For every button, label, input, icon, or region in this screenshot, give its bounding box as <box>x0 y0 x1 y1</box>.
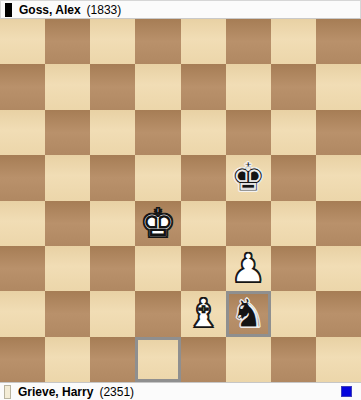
square-f6[interactable] <box>226 110 271 155</box>
square-e1[interactable] <box>181 337 226 382</box>
square-d4[interactable]: ♚ <box>135 201 180 246</box>
chess-board[interactable]: ♚♚♟♝♞ <box>0 19 361 382</box>
square-d8[interactable] <box>135 19 180 64</box>
square-h4[interactable] <box>316 201 361 246</box>
square-c1[interactable] <box>90 337 135 382</box>
white-player-bar: Grieve, Harry (2351) <box>0 382 361 400</box>
square-d6[interactable] <box>135 110 180 155</box>
square-h7[interactable] <box>316 64 361 109</box>
black-side-icon <box>5 3 12 17</box>
square-b4[interactable] <box>45 201 90 246</box>
square-g4[interactable] <box>271 201 316 246</box>
square-e8[interactable] <box>181 19 226 64</box>
white-player-name: Grieve, Harry <box>18 385 93 399</box>
square-h8[interactable] <box>316 19 361 64</box>
white-side-icon <box>4 385 11 399</box>
square-d3[interactable] <box>135 246 180 291</box>
square-h1[interactable] <box>316 337 361 382</box>
square-c4[interactable] <box>90 201 135 246</box>
square-a6[interactable] <box>0 110 45 155</box>
piece-white-king[interactable]: ♚ <box>140 201 176 246</box>
square-f5[interactable]: ♚ <box>226 155 271 200</box>
square-a2[interactable] <box>0 291 45 336</box>
square-f7[interactable] <box>226 64 271 109</box>
square-c8[interactable] <box>90 19 135 64</box>
square-e6[interactable] <box>181 110 226 155</box>
square-g5[interactable] <box>271 155 316 200</box>
square-g6[interactable] <box>271 110 316 155</box>
square-a5[interactable] <box>0 155 45 200</box>
square-d5[interactable] <box>135 155 180 200</box>
square-h5[interactable] <box>316 155 361 200</box>
piece-black-king[interactable]: ♚ <box>230 155 266 200</box>
square-e2[interactable]: ♝ <box>181 291 226 336</box>
square-c6[interactable] <box>90 110 135 155</box>
square-f4[interactable] <box>226 201 271 246</box>
square-b7[interactable] <box>45 64 90 109</box>
square-a8[interactable] <box>0 19 45 64</box>
square-a3[interactable] <box>0 246 45 291</box>
square-h2[interactable] <box>316 291 361 336</box>
square-c3[interactable] <box>90 246 135 291</box>
white-player-rating: (2351) <box>99 385 134 399</box>
square-b6[interactable] <box>45 110 90 155</box>
square-c2[interactable] <box>90 291 135 336</box>
square-a4[interactable] <box>0 201 45 246</box>
piece-black-knight[interactable]: ♞ <box>230 291 266 336</box>
piece-white-bishop[interactable]: ♝ <box>185 291 221 336</box>
black-player-bar: Goss, Alex (1833) <box>0 0 361 19</box>
square-c7[interactable] <box>90 64 135 109</box>
square-f2[interactable]: ♞ <box>226 291 271 336</box>
square-h3[interactable] <box>316 246 361 291</box>
square-b2[interactable] <box>45 291 90 336</box>
square-f3[interactable]: ♟ <box>226 246 271 291</box>
square-c5[interactable] <box>90 155 135 200</box>
square-d1[interactable] <box>135 337 180 382</box>
square-h6[interactable] <box>316 110 361 155</box>
chess-game-window: Goss, Alex (1833) ♚♚♟♝♞ Grieve, Harry (2… <box>0 0 361 400</box>
square-f1[interactable] <box>226 337 271 382</box>
square-e5[interactable] <box>181 155 226 200</box>
square-e7[interactable] <box>181 64 226 109</box>
square-b3[interactable] <box>45 246 90 291</box>
black-player-name: Goss, Alex <box>19 3 81 17</box>
side-to-move-indicator <box>341 386 352 397</box>
square-e3[interactable] <box>181 246 226 291</box>
square-e4[interactable] <box>181 201 226 246</box>
square-d7[interactable] <box>135 64 180 109</box>
square-g2[interactable] <box>271 291 316 336</box>
piece-white-pawn[interactable]: ♟ <box>230 246 266 291</box>
square-b5[interactable] <box>45 155 90 200</box>
square-g3[interactable] <box>271 246 316 291</box>
black-player-rating: (1833) <box>87 3 122 17</box>
square-b1[interactable] <box>45 337 90 382</box>
square-d2[interactable] <box>135 291 180 336</box>
square-g8[interactable] <box>271 19 316 64</box>
square-a7[interactable] <box>0 64 45 109</box>
square-f8[interactable] <box>226 19 271 64</box>
square-g1[interactable] <box>271 337 316 382</box>
square-a1[interactable] <box>0 337 45 382</box>
square-b8[interactable] <box>45 19 90 64</box>
square-g7[interactable] <box>271 64 316 109</box>
